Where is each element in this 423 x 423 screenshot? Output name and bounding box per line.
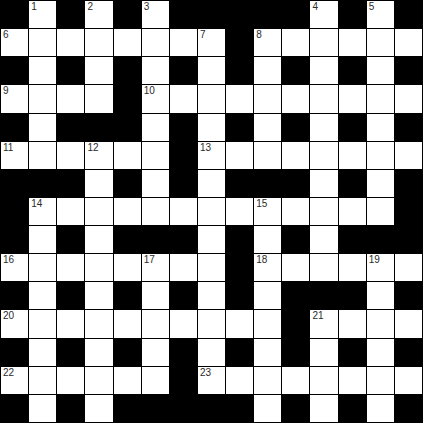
white-cell[interactable]: [57, 142, 84, 169]
black-cell: [226, 114, 253, 141]
clue-number: 17: [144, 254, 155, 266]
black-cell: [1, 282, 28, 309]
black-cell: [395, 1, 422, 28]
white-cell[interactable]: [310, 367, 337, 394]
black-cell: [282, 1, 309, 28]
white-cell[interactable]: [198, 310, 225, 337]
white-cell[interactable]: 13: [198, 142, 225, 169]
white-cell[interactable]: 20: [1, 310, 28, 337]
white-cell[interactable]: [282, 85, 309, 112]
white-cell[interactable]: [395, 142, 422, 169]
white-cell[interactable]: [85, 57, 112, 84]
black-cell: [170, 226, 197, 253]
white-cell[interactable]: [85, 226, 112, 253]
white-cell[interactable]: [367, 367, 394, 394]
white-cell[interactable]: [85, 198, 112, 225]
black-cell: [254, 1, 281, 28]
white-cell[interactable]: [254, 367, 281, 394]
black-cell: [339, 170, 366, 197]
white-cell[interactable]: [367, 142, 394, 169]
white-cell[interactable]: [226, 198, 253, 225]
white-cell[interactable]: 6: [1, 29, 28, 56]
white-cell[interactable]: [85, 29, 112, 56]
black-cell: [282, 57, 309, 84]
black-cell: [282, 310, 309, 337]
white-cell[interactable]: 11: [1, 142, 28, 169]
black-cell: [170, 339, 197, 366]
white-cell[interactable]: [254, 85, 281, 112]
black-cell: [282, 226, 309, 253]
black-cell: [339, 114, 366, 141]
white-cell[interactable]: [198, 282, 225, 309]
clue-number: 15: [256, 198, 267, 210]
white-cell[interactable]: [367, 85, 394, 112]
white-cell[interactable]: [85, 282, 112, 309]
white-cell[interactable]: [114, 198, 141, 225]
black-cell: [395, 339, 422, 366]
black-cell: [1, 395, 28, 422]
white-cell[interactable]: [367, 198, 394, 225]
black-cell: [114, 395, 141, 422]
black-cell: [395, 395, 422, 422]
white-cell[interactable]: [226, 85, 253, 112]
white-cell[interactable]: [85, 85, 112, 112]
white-cell[interactable]: 5: [367, 1, 394, 28]
white-cell[interactable]: 7: [198, 29, 225, 56]
white-cell[interactable]: [254, 226, 281, 253]
white-cell[interactable]: [57, 367, 84, 394]
white-cell[interactable]: [142, 57, 169, 84]
black-cell: [282, 170, 309, 197]
clue-number: 1: [31, 1, 37, 13]
clue-number: 21: [312, 310, 323, 322]
black-cell: [170, 367, 197, 394]
white-cell[interactable]: [310, 114, 337, 141]
white-cell[interactable]: [57, 85, 84, 112]
white-cell[interactable]: [339, 85, 366, 112]
black-cell: [1, 226, 28, 253]
white-cell[interactable]: [114, 29, 141, 56]
clue-number: 22: [3, 367, 14, 379]
white-cell[interactable]: 10: [142, 85, 169, 112]
black-cell: [226, 29, 253, 56]
white-cell[interactable]: [310, 198, 337, 225]
black-cell: [114, 226, 141, 253]
white-cell[interactable]: [114, 142, 141, 169]
black-cell: [395, 282, 422, 309]
clue-number: 18: [256, 254, 267, 266]
black-cell: [226, 282, 253, 309]
white-cell[interactable]: [29, 367, 56, 394]
white-cell[interactable]: [170, 254, 197, 281]
white-cell[interactable]: [310, 170, 337, 197]
clue-number: 20: [3, 310, 14, 322]
black-cell: [57, 339, 84, 366]
white-cell[interactable]: [142, 142, 169, 169]
black-cell: [170, 170, 197, 197]
white-cell[interactable]: [142, 29, 169, 56]
black-cell: [170, 395, 197, 422]
white-cell[interactable]: [367, 339, 394, 366]
black-cell: [1, 170, 28, 197]
white-cell[interactable]: [282, 142, 309, 169]
black-cell: [339, 57, 366, 84]
black-cell: [114, 339, 141, 366]
black-cell: [395, 57, 422, 84]
white-cell[interactable]: [142, 170, 169, 197]
white-cell[interactable]: 1: [29, 1, 56, 28]
clue-number: 3: [144, 1, 150, 13]
white-cell[interactable]: [310, 395, 337, 422]
white-cell[interactable]: [85, 310, 112, 337]
black-cell: [114, 1, 141, 28]
clue-number: 5: [369, 1, 375, 13]
white-cell[interactable]: [85, 254, 112, 281]
white-cell[interactable]: [254, 310, 281, 337]
white-cell[interactable]: [367, 395, 394, 422]
white-cell[interactable]: [395, 254, 422, 281]
white-cell[interactable]: [142, 339, 169, 366]
white-cell[interactable]: [29, 29, 56, 56]
white-cell[interactable]: [29, 254, 56, 281]
white-cell[interactable]: [114, 367, 141, 394]
white-cell[interactable]: [367, 282, 394, 309]
white-cell[interactable]: [282, 254, 309, 281]
black-cell: [226, 339, 253, 366]
white-cell[interactable]: [85, 395, 112, 422]
black-cell: [198, 395, 225, 422]
black-cell: [57, 395, 84, 422]
white-cell[interactable]: [310, 57, 337, 84]
white-cell[interactable]: [254, 282, 281, 309]
black-cell: [226, 57, 253, 84]
clue-number: 6: [3, 29, 9, 41]
clue-number: 14: [31, 198, 42, 210]
white-cell[interactable]: [57, 254, 84, 281]
black-cell: [310, 282, 337, 309]
clue-number: 16: [3, 254, 14, 266]
white-cell[interactable]: [170, 85, 197, 112]
black-cell: [282, 114, 309, 141]
white-cell[interactable]: [339, 367, 366, 394]
black-cell: [170, 142, 197, 169]
clue-number: 2: [87, 1, 93, 13]
black-cell: [57, 282, 84, 309]
white-cell[interactable]: [254, 114, 281, 141]
white-cell[interactable]: [254, 395, 281, 422]
black-cell: [395, 198, 422, 225]
black-cell: [57, 114, 84, 141]
white-cell[interactable]: 17: [142, 254, 169, 281]
white-cell[interactable]: [339, 142, 366, 169]
black-cell: [142, 395, 169, 422]
white-cell[interactable]: [198, 339, 225, 366]
white-cell[interactable]: [142, 367, 169, 394]
white-cell[interactable]: 18: [254, 254, 281, 281]
black-cell: [114, 170, 141, 197]
white-cell[interactable]: [57, 29, 84, 56]
clue-number: 19: [369, 254, 380, 266]
black-cell: [29, 170, 56, 197]
white-cell[interactable]: [254, 142, 281, 169]
white-cell[interactable]: 3: [142, 1, 169, 28]
black-cell: [226, 395, 253, 422]
white-cell[interactable]: [282, 198, 309, 225]
white-cell[interactable]: [198, 85, 225, 112]
white-cell[interactable]: [339, 254, 366, 281]
black-cell: [226, 226, 253, 253]
white-cell[interactable]: 22: [1, 367, 28, 394]
clue-number: 23: [200, 367, 211, 379]
black-cell: [114, 57, 141, 84]
white-cell[interactable]: [198, 114, 225, 141]
white-cell[interactable]: [226, 367, 253, 394]
black-cell: [57, 1, 84, 28]
clue-number: 12: [87, 142, 98, 154]
white-cell[interactable]: 14: [29, 198, 56, 225]
white-cell[interactable]: 8: [254, 29, 281, 56]
white-cell[interactable]: [142, 282, 169, 309]
black-cell: [339, 282, 366, 309]
black-cell: [254, 170, 281, 197]
black-cell: [170, 282, 197, 309]
white-cell[interactable]: [170, 310, 197, 337]
black-cell: [339, 1, 366, 28]
black-cell: [395, 114, 422, 141]
black-cell: [114, 282, 141, 309]
white-cell[interactable]: 21: [310, 310, 337, 337]
white-cell[interactable]: [339, 29, 366, 56]
white-cell[interactable]: [29, 310, 56, 337]
black-cell: [339, 226, 366, 253]
white-cell[interactable]: 23: [198, 367, 225, 394]
white-cell[interactable]: [198, 57, 225, 84]
black-cell: [1, 57, 28, 84]
white-cell[interactable]: [29, 57, 56, 84]
white-cell[interactable]: [367, 29, 394, 56]
white-cell[interactable]: [367, 57, 394, 84]
black-cell: [226, 1, 253, 28]
white-cell[interactable]: [310, 29, 337, 56]
white-cell[interactable]: [339, 310, 366, 337]
white-cell[interactable]: [282, 367, 309, 394]
white-cell[interactable]: [142, 198, 169, 225]
white-cell[interactable]: [142, 310, 169, 337]
clue-number: 8: [256, 29, 262, 41]
black-cell: [170, 1, 197, 28]
black-cell: [57, 226, 84, 253]
white-cell[interactable]: [310, 226, 337, 253]
white-cell[interactable]: [310, 339, 337, 366]
white-cell[interactable]: [310, 85, 337, 112]
black-cell: [282, 395, 309, 422]
black-cell: [198, 1, 225, 28]
white-cell[interactable]: [395, 367, 422, 394]
white-cell[interactable]: [142, 114, 169, 141]
white-cell[interactable]: 4: [310, 1, 337, 28]
white-cell[interactable]: [29, 339, 56, 366]
white-cell[interactable]: [29, 226, 56, 253]
crossword-grid: 1234567891011121314151617181920212223: [0, 0, 423, 423]
white-cell[interactable]: [395, 85, 422, 112]
white-cell[interactable]: [198, 170, 225, 197]
white-cell[interactable]: 2: [85, 1, 112, 28]
white-cell[interactable]: 12: [85, 142, 112, 169]
white-cell[interactable]: [170, 198, 197, 225]
white-cell[interactable]: [339, 198, 366, 225]
white-cell[interactable]: [57, 310, 84, 337]
white-cell[interactable]: [310, 142, 337, 169]
clue-number: 13: [200, 142, 211, 154]
white-cell[interactable]: [114, 254, 141, 281]
white-cell[interactable]: [85, 367, 112, 394]
white-cell[interactable]: [198, 254, 225, 281]
clue-number: 10: [144, 85, 155, 97]
black-cell: [1, 198, 28, 225]
white-cell[interactable]: [254, 339, 281, 366]
black-cell: [395, 226, 422, 253]
white-cell[interactable]: [282, 29, 309, 56]
white-cell[interactable]: [114, 310, 141, 337]
white-cell[interactable]: 16: [1, 254, 28, 281]
black-cell: [226, 254, 253, 281]
black-cell: [282, 282, 309, 309]
black-cell: [226, 170, 253, 197]
white-cell[interactable]: [367, 310, 394, 337]
white-cell[interactable]: [367, 170, 394, 197]
black-cell: [57, 57, 84, 84]
white-cell[interactable]: [226, 142, 253, 169]
black-cell: [57, 170, 84, 197]
white-cell[interactable]: 19: [367, 254, 394, 281]
black-cell: [367, 226, 394, 253]
white-cell[interactable]: [170, 29, 197, 56]
white-cell[interactable]: [57, 198, 84, 225]
white-cell[interactable]: 9: [1, 85, 28, 112]
black-cell: [282, 339, 309, 366]
white-cell[interactable]: [395, 29, 422, 56]
black-cell: [170, 114, 197, 141]
black-cell: [170, 57, 197, 84]
crossword-board: 1234567891011121314151617181920212223: [0, 0, 423, 423]
white-cell[interactable]: [29, 114, 56, 141]
black-cell: [395, 170, 422, 197]
clue-number: 4: [312, 1, 318, 13]
white-cell[interactable]: [367, 114, 394, 141]
clue-number: 9: [3, 85, 9, 97]
black-cell: [114, 114, 141, 141]
white-cell[interactable]: [395, 310, 422, 337]
black-cell: [1, 1, 28, 28]
white-cell[interactable]: [198, 198, 225, 225]
white-cell[interactable]: 15: [254, 198, 281, 225]
white-cell[interactable]: [29, 282, 56, 309]
white-cell[interactable]: [29, 85, 56, 112]
black-cell: [114, 85, 141, 112]
white-cell[interactable]: [226, 310, 253, 337]
black-cell: [85, 114, 112, 141]
clue-number: 7: [200, 29, 206, 41]
white-cell[interactable]: [198, 226, 225, 253]
black-cell: [339, 395, 366, 422]
clue-number: 11: [3, 142, 13, 154]
white-cell[interactable]: [29, 142, 56, 169]
white-cell[interactable]: [254, 57, 281, 84]
white-cell[interactable]: [85, 170, 112, 197]
black-cell: [339, 339, 366, 366]
black-cell: [142, 226, 169, 253]
black-cell: [1, 114, 28, 141]
black-cell: [1, 339, 28, 366]
white-cell[interactable]: [310, 254, 337, 281]
white-cell[interactable]: [29, 395, 56, 422]
white-cell[interactable]: [85, 339, 112, 366]
